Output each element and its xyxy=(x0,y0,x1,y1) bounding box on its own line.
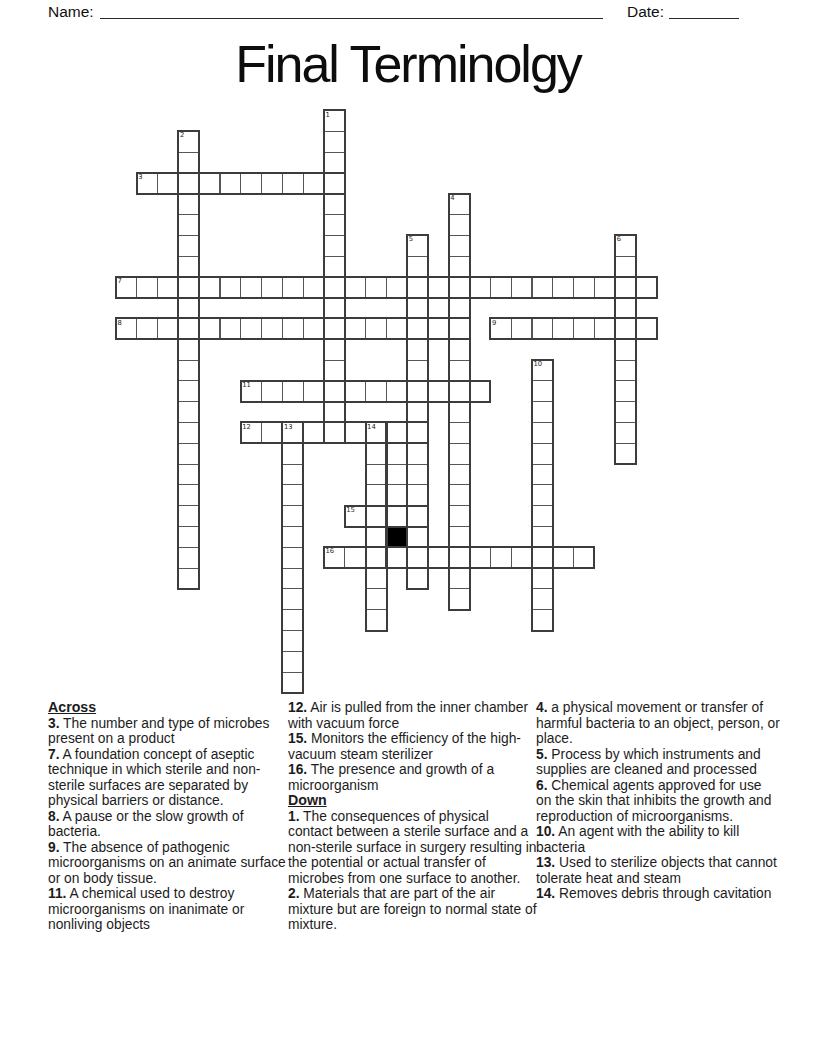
grid-cell-r10-c5[interactable] xyxy=(220,318,242,340)
grid-cell-r19-c8[interactable] xyxy=(282,505,304,527)
grid-cell-r14-c3[interactable] xyxy=(178,401,200,423)
grid-cell-r21-c20[interactable] xyxy=(532,547,554,569)
grid-cell-r5-c10[interactable] xyxy=(324,214,346,236)
grid-cell-r8-c15[interactable] xyxy=(428,276,450,298)
grid-cell-r16-c12[interactable] xyxy=(365,443,387,465)
name-label: Name: xyxy=(48,3,94,21)
grid-cell-r8-c20[interactable] xyxy=(532,276,554,298)
grid-cell-r10-c22[interactable] xyxy=(573,318,595,340)
grid-cell-r12-c10[interactable] xyxy=(324,360,346,382)
grid-cell-r16-c14[interactable] xyxy=(407,443,429,465)
clue-column-3: 4. a physical movement or transfer of ha… xyxy=(536,700,780,902)
grid-cell-r8-c16[interactable] xyxy=(448,276,470,298)
grid-cell-r8-c18[interactable] xyxy=(490,276,512,298)
grid-cell-r18-c12[interactable] xyxy=(365,484,387,506)
clue-header-across: Across xyxy=(48,700,286,716)
grid-cell-r15-c14[interactable] xyxy=(407,422,429,444)
grid-cell-r7-c24[interactable] xyxy=(615,256,637,278)
grid-cell-r14-c16[interactable] xyxy=(448,401,470,423)
grid-cell-r21-c21[interactable] xyxy=(552,547,574,569)
grid-cell-r2-c3[interactable] xyxy=(178,152,200,174)
grid-cell-r13-c17[interactable] xyxy=(469,380,491,402)
grid-cell-r21-c14[interactable] xyxy=(407,547,429,569)
clue-number-4: 4 xyxy=(450,195,454,202)
grid-cell-r15-c9[interactable] xyxy=(303,422,325,444)
grid-cell-r10-c7[interactable] xyxy=(261,318,283,340)
grid-cell-r22-c16[interactable] xyxy=(448,568,470,590)
clue-number-12: 12 xyxy=(242,424,251,431)
page-title: Final Terminolgy xyxy=(0,36,816,93)
grid-cell-r23-c16[interactable] xyxy=(448,588,470,610)
clue-down-13: 13. Used to sterilize objects that canno… xyxy=(536,855,780,886)
clue-number-15: 15 xyxy=(346,507,355,514)
grid-cell-r22-c3[interactable] xyxy=(178,568,200,590)
grid-cell-r8-c3[interactable] xyxy=(178,276,200,298)
grid-cell-r17-c14[interactable] xyxy=(407,464,429,486)
grid-cell-r24-c8[interactable] xyxy=(282,609,304,631)
clue-number-1: 1 xyxy=(326,112,330,119)
grid-cell-r8-c9[interactable] xyxy=(303,276,325,298)
grid-cell-r8-c1[interactable] xyxy=(136,276,158,298)
clue-number-8: 8 xyxy=(118,320,122,327)
grid-cell-r11-c10[interactable] xyxy=(324,339,346,361)
grid-cell-r8-c24[interactable] xyxy=(615,276,637,298)
grid-cell-r16-c8[interactable] xyxy=(282,443,304,465)
grid-cell-r10-c9[interactable] xyxy=(303,318,325,340)
grid-cell-r4-c10[interactable] xyxy=(324,193,346,215)
grid-cell-r8-c22[interactable] xyxy=(573,276,595,298)
clue-column-2: 12. Air is pulled from the inner chamber… xyxy=(288,700,537,933)
grid-cell-r8-c7[interactable] xyxy=(261,276,283,298)
grid-cell-r10-c14[interactable] xyxy=(407,318,429,340)
grid-cell-r9-c3[interactable] xyxy=(178,297,200,319)
grid-cell-r6-c16[interactable] xyxy=(448,235,470,257)
crossword-grid: 12345678910111213141516 xyxy=(116,110,658,694)
grid-cell-r23-c12[interactable] xyxy=(365,588,387,610)
clue-number-6: 6 xyxy=(617,236,621,243)
grid-cell-r21-c11[interactable] xyxy=(344,547,366,569)
grid-cell-r21-c19[interactable] xyxy=(511,547,533,569)
clue-down-10: 10. An agent with the ability to kill ba… xyxy=(536,824,780,855)
grid-cell-r10-c19[interactable] xyxy=(511,318,533,340)
grid-cell-r8-c12[interactable] xyxy=(365,276,387,298)
grid-cell-r14-c20[interactable] xyxy=(532,401,554,423)
grid-cell-r17-c12[interactable] xyxy=(365,464,387,486)
grid-cell-r10-c15[interactable] xyxy=(428,318,450,340)
grid-cell-r21-c22[interactable] xyxy=(573,547,595,569)
grid-cell-r8-c10[interactable] xyxy=(324,276,346,298)
grid-cell-r10-c6[interactable] xyxy=(240,318,262,340)
grid-cell-r15-c3[interactable] xyxy=(178,422,200,444)
grid-cell-r15-c11[interactable] xyxy=(344,422,366,444)
grid-cell-r20-c14[interactable] xyxy=(407,526,429,548)
grid-cell-r24-c20[interactable] xyxy=(532,609,554,631)
clue-down-2: 2. Materials that are part of the air mi… xyxy=(288,886,537,933)
grid-cell-r12-c16[interactable] xyxy=(448,360,470,382)
grid-cell-r14-c10[interactable] xyxy=(324,401,346,423)
grid-cell-r15-c20[interactable] xyxy=(532,422,554,444)
clue-number-3: 3 xyxy=(138,174,142,181)
grid-cell-r16-c20[interactable] xyxy=(532,443,554,465)
grid-cell-r13-c14[interactable] xyxy=(407,380,429,402)
grid-cell-r13-c13[interactable] xyxy=(386,380,408,402)
clue-across-16: 16. The presence and growth of a microor… xyxy=(288,762,537,793)
grid-cell-r4-c3[interactable] xyxy=(178,193,200,215)
grid-cell-r14-c14[interactable] xyxy=(407,401,429,423)
grid-cell-r8-c2[interactable] xyxy=(157,276,179,298)
grid-cell-r8-c19[interactable] xyxy=(511,276,533,298)
grid-cell-r11-c16[interactable] xyxy=(448,339,470,361)
grid-cell-r13-c20[interactable] xyxy=(532,380,554,402)
grid-cell-r13-c12[interactable] xyxy=(365,380,387,402)
grid-cell-r8-c6[interactable] xyxy=(240,276,262,298)
clue-across-3: 3. The number and type of microbes prese… xyxy=(48,716,286,747)
clue-number-2: 2 xyxy=(180,132,184,139)
grid-cell-r21-c8[interactable] xyxy=(282,547,304,569)
grid-cell-r15-c7[interactable] xyxy=(261,422,283,444)
clue-number-5: 5 xyxy=(409,236,413,243)
grid-cell-r10-c11[interactable] xyxy=(344,318,366,340)
clue-number-10: 10 xyxy=(534,361,543,368)
grid-cell-r16-c13[interactable] xyxy=(386,443,408,465)
grid-cell-r9-c10[interactable] xyxy=(324,297,346,319)
clue-across-12: 12. Air is pulled from the inner chamber… xyxy=(288,700,537,731)
grid-cell-r22-c14[interactable] xyxy=(407,568,429,590)
grid-cell-r18-c3[interactable] xyxy=(178,484,200,506)
grid-cell-r8-c14[interactable] xyxy=(407,276,429,298)
grid-cell-r8-c11[interactable] xyxy=(344,276,366,298)
clue-number-13: 13 xyxy=(284,424,293,431)
clue-number-7: 7 xyxy=(118,278,122,285)
grid-cell-r9-c16[interactable] xyxy=(448,297,470,319)
grid-cell-r3-c2[interactable] xyxy=(157,172,179,194)
grid-cell-r3-c5[interactable] xyxy=(220,172,242,194)
grid-cell-r20-c16[interactable] xyxy=(448,526,470,548)
grid-cell-r20-c3[interactable] xyxy=(178,526,200,548)
grid-cell-r10-c13[interactable] xyxy=(386,318,408,340)
grid-cell-r27-c8[interactable] xyxy=(282,672,304,694)
grid-cell-r7-c14[interactable] xyxy=(407,256,429,278)
grid-cell-r8-c13[interactable] xyxy=(386,276,408,298)
clue-down-6: 6. Chemical agents approved for use on t… xyxy=(536,778,780,825)
grid-cell-r23-c20[interactable] xyxy=(532,588,554,610)
grid-cell-r20-c20[interactable] xyxy=(532,526,554,548)
grid-cell-r25-c8[interactable] xyxy=(282,630,304,652)
grid-cell-r7-c16[interactable] xyxy=(448,256,470,278)
grid-cell-r21-c18[interactable] xyxy=(490,547,512,569)
grid-cell-r6-c10[interactable] xyxy=(324,235,346,257)
clue-down-5: 5. Process by which instruments and supp… xyxy=(536,747,780,778)
grid-cell-r21-c12[interactable] xyxy=(365,547,387,569)
grid-cell-r8-c5[interactable] xyxy=(220,276,242,298)
grid-cell-r13-c16[interactable] xyxy=(448,380,470,402)
clue-across-9: 9. The absence of pathogenic microorgani… xyxy=(48,840,286,887)
grid-cell-r6-c3[interactable] xyxy=(178,235,200,257)
grid-cell-r10-c12[interactable] xyxy=(365,318,387,340)
grid-cell-r24-c12[interactable] xyxy=(365,609,387,631)
grid-cell-r12-c14[interactable] xyxy=(407,360,429,382)
grid-cell-r12-c24[interactable] xyxy=(615,360,637,382)
grid-cell-r3-c6[interactable] xyxy=(240,172,262,194)
grid-cell-r26-c8[interactable] xyxy=(282,651,304,673)
grid-cell-r18-c14[interactable] xyxy=(407,484,429,506)
grid-cell-r8-c25[interactable] xyxy=(636,276,658,298)
black-cell xyxy=(386,526,408,548)
grid-cell-r15-c13[interactable] xyxy=(386,422,408,444)
grid-cell-r10-c24[interactable] xyxy=(615,318,637,340)
grid-cell-r18-c20[interactable] xyxy=(532,484,554,506)
grid-cell-r23-c8[interactable] xyxy=(282,588,304,610)
clue-across-15: 15. Monitors the efficiency of the high-… xyxy=(288,731,537,762)
grid-cell-r17-c20[interactable] xyxy=(532,464,554,486)
grid-cell-r22-c8[interactable] xyxy=(282,568,304,590)
grid-cell-r22-c20[interactable] xyxy=(532,568,554,590)
grid-cell-r10-c1[interactable] xyxy=(136,318,158,340)
grid-cell-r10-c8[interactable] xyxy=(282,318,304,340)
clue-across-11: 11. A chemical used to destroy microorga… xyxy=(48,886,286,933)
grid-cell-r21-c17[interactable] xyxy=(469,547,491,569)
grid-cell-r19-c20[interactable] xyxy=(532,505,554,527)
grid-cell-r13-c11[interactable] xyxy=(344,380,366,402)
grid-cell-r1-c10[interactable] xyxy=(324,131,346,153)
grid-cell-r19-c12[interactable] xyxy=(365,505,387,527)
grid-cell-r5-c3[interactable] xyxy=(178,214,200,236)
grid-cell-r18-c13[interactable] xyxy=(386,484,408,506)
clue-across-8: 8. A pause or the slow growth of bacteri… xyxy=(48,809,286,840)
clue-number-16: 16 xyxy=(326,548,335,555)
clue-column-1: Across3. The number and type of microbes… xyxy=(48,700,286,933)
grid-cell-r11-c14[interactable] xyxy=(407,339,429,361)
grid-cell-r8-c23[interactable] xyxy=(594,276,616,298)
grid-cell-r13-c9[interactable] xyxy=(303,380,325,402)
grid-cell-r16-c3[interactable] xyxy=(178,443,200,465)
grid-cell-r5-c16[interactable] xyxy=(448,214,470,236)
grid-cell-r15-c10[interactable] xyxy=(324,422,346,444)
grid-cell-r7-c10[interactable] xyxy=(324,256,346,278)
grid-cell-r13-c8[interactable] xyxy=(282,380,304,402)
grid-cell-r18-c8[interactable] xyxy=(282,484,304,506)
grid-cell-r10-c20[interactable] xyxy=(532,318,554,340)
grid-cell-r21-c15[interactable] xyxy=(428,547,450,569)
grid-cell-r13-c10[interactable] xyxy=(324,380,346,402)
grid-cell-r11-c24[interactable] xyxy=(615,339,637,361)
grid-cell-r22-c12[interactable] xyxy=(365,568,387,590)
grid-cell-r17-c3[interactable] xyxy=(178,464,200,486)
grid-cell-r18-c16[interactable] xyxy=(448,484,470,506)
grid-cell-r16-c24[interactable] xyxy=(615,443,637,465)
grid-cell-r3-c8[interactable] xyxy=(282,172,304,194)
grid-cell-r10-c25[interactable] xyxy=(636,318,658,340)
date-label: Date: xyxy=(627,3,664,21)
grid-cell-r14-c24[interactable] xyxy=(615,401,637,423)
grid-cell-r3-c4[interactable] xyxy=(199,172,221,194)
worksheet-page: { "game": "crossword", "title": "Final T… xyxy=(0,0,816,1056)
grid-cell-r3-c3[interactable] xyxy=(178,172,200,194)
grid-cell-r19-c16[interactable] xyxy=(448,505,470,527)
grid-cell-r3-c10[interactable] xyxy=(324,172,346,194)
grid-cell-r13-c3[interactable] xyxy=(178,380,200,402)
grid-cell-r17-c16[interactable] xyxy=(448,464,470,486)
grid-cell-r19-c14[interactable] xyxy=(407,505,429,527)
grid-cell-r2-c10[interactable] xyxy=(324,152,346,174)
clue-down-1: 1. The consequences of physical contact … xyxy=(288,809,537,887)
grid-cell-r8-c4[interactable] xyxy=(199,276,221,298)
grid-cell-r19-c3[interactable] xyxy=(178,505,200,527)
grid-cell-r19-c13[interactable] xyxy=(386,505,408,527)
clue-down-14: 14. Removes debris through cavitation xyxy=(536,886,780,902)
grid-cell-r21-c3[interactable] xyxy=(178,547,200,569)
grid-cell-r16-c16[interactable] xyxy=(448,443,470,465)
grid-cell-r8-c8[interactable] xyxy=(282,276,304,298)
grid-cell-r20-c12[interactable] xyxy=(365,526,387,548)
date-input-line xyxy=(669,18,739,19)
grid-cell-r21-c13[interactable] xyxy=(386,547,408,569)
grid-cell-r13-c15[interactable] xyxy=(428,380,450,402)
grid-cell-r12-c3[interactable] xyxy=(178,360,200,382)
grid-cell-r17-c8[interactable] xyxy=(282,464,304,486)
clue-down-4: 4. a physical movement or transfer of ha… xyxy=(536,700,780,747)
grid-cell-r8-c21[interactable] xyxy=(552,276,574,298)
grid-cell-r15-c16[interactable] xyxy=(448,422,470,444)
grid-cell-r17-c13[interactable] xyxy=(386,464,408,486)
grid-cell-r9-c14[interactable] xyxy=(407,297,429,319)
grid-cell-r10-c16[interactable] xyxy=(448,318,470,340)
grid-cell-r11-c3[interactable] xyxy=(178,339,200,361)
grid-cell-r9-c24[interactable] xyxy=(615,297,637,319)
grid-cell-r7-c3[interactable] xyxy=(178,256,200,278)
grid-cell-r21-c16[interactable] xyxy=(448,547,470,569)
clue-across-7: 7. A foundation concept of aseptic techn… xyxy=(48,747,286,809)
grid-cell-r10-c23[interactable] xyxy=(594,318,616,340)
grid-cell-r10-c21[interactable] xyxy=(552,318,574,340)
name-input-line xyxy=(100,18,603,19)
grid-cell-r15-c24[interactable] xyxy=(615,422,637,444)
grid-cell-r8-c17[interactable] xyxy=(469,276,491,298)
grid-cell-r3-c9[interactable] xyxy=(303,172,325,194)
grid-cell-r20-c8[interactable] xyxy=(282,526,304,548)
clue-number-11: 11 xyxy=(242,382,251,389)
grid-cell-r13-c7[interactable] xyxy=(261,380,283,402)
grid-cell-r10-c10[interactable] xyxy=(324,318,346,340)
grid-cell-r10-c3[interactable] xyxy=(178,318,200,340)
grid-cell-r10-c2[interactable] xyxy=(157,318,179,340)
clue-header-down: Down xyxy=(288,793,537,809)
clue-number-9: 9 xyxy=(492,320,496,327)
grid-cell-r13-c24[interactable] xyxy=(615,380,637,402)
clue-number-14: 14 xyxy=(367,424,376,431)
grid-cell-r3-c7[interactable] xyxy=(261,172,283,194)
grid-cell-r10-c4[interactable] xyxy=(199,318,221,340)
